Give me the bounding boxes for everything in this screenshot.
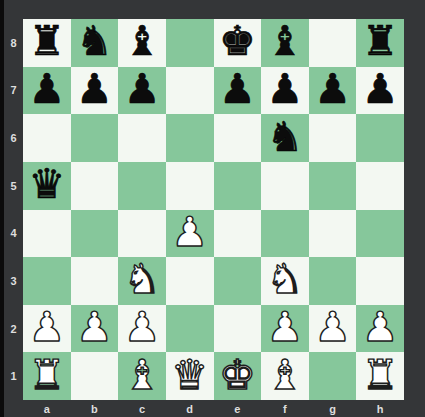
rank-label-5: 5 — [4, 162, 23, 210]
black-pawn[interactable]: ♟ — [267, 69, 304, 110]
black-pawn[interactable]: ♟ — [314, 69, 351, 110]
square-e8[interactable]: ♚ — [214, 19, 262, 67]
square-f6[interactable]: ♞ — [261, 114, 309, 162]
white-pawn[interactable]: ♟ — [267, 307, 304, 348]
square-g1[interactable] — [309, 352, 357, 400]
square-c7[interactable]: ♟ — [118, 67, 166, 115]
square-c2[interactable]: ♟ — [118, 305, 166, 353]
square-a4[interactable] — [23, 210, 71, 258]
file-label-h: h — [356, 400, 404, 417]
white-knight[interactable]: ♞ — [124, 259, 161, 300]
white-pawn[interactable]: ♟ — [314, 307, 351, 348]
square-h5[interactable] — [356, 162, 404, 210]
black-knight[interactable]: ♞ — [267, 117, 304, 158]
black-pawn[interactable]: ♟ — [362, 69, 399, 110]
square-c6[interactable] — [118, 114, 166, 162]
white-bishop[interactable]: ♝ — [124, 355, 161, 396]
file-label-b: b — [71, 400, 119, 417]
square-h3[interactable] — [356, 257, 404, 305]
square-f4[interactable] — [261, 210, 309, 258]
square-b8[interactable]: ♞ — [71, 19, 119, 67]
square-d4[interactable]: ♟ — [166, 210, 214, 258]
white-bishop[interactable]: ♝ — [267, 355, 304, 396]
square-b1[interactable] — [71, 352, 119, 400]
square-c5[interactable] — [118, 162, 166, 210]
white-pawn[interactable]: ♟ — [362, 307, 399, 348]
square-e1[interactable]: ♚ — [214, 352, 262, 400]
square-c4[interactable] — [118, 210, 166, 258]
square-a7[interactable]: ♟ — [23, 67, 71, 115]
black-bishop[interactable]: ♝ — [267, 21, 304, 62]
square-h1[interactable]: ♜ — [356, 352, 404, 400]
white-pawn[interactable]: ♟ — [28, 307, 65, 348]
square-d8[interactable] — [166, 19, 214, 67]
white-knight[interactable]: ♞ — [267, 259, 304, 300]
black-rook[interactable]: ♜ — [362, 21, 399, 62]
square-b3[interactable] — [71, 257, 119, 305]
file-labels: a b c d e f g h — [23, 400, 404, 417]
square-g6[interactable] — [309, 114, 357, 162]
black-bishop[interactable]: ♝ — [124, 21, 161, 62]
square-c3[interactable]: ♞ — [118, 257, 166, 305]
square-e2[interactable] — [214, 305, 262, 353]
square-f5[interactable] — [261, 162, 309, 210]
square-h2[interactable]: ♟ — [356, 305, 404, 353]
square-d1[interactable]: ♛ — [166, 352, 214, 400]
square-b2[interactable]: ♟ — [71, 305, 119, 353]
rank-label-7: 7 — [4, 67, 23, 115]
square-f1[interactable]: ♝ — [261, 352, 309, 400]
white-rook[interactable]: ♜ — [28, 355, 65, 396]
square-d3[interactable] — [166, 257, 214, 305]
white-pawn[interactable]: ♟ — [76, 307, 113, 348]
square-e3[interactable] — [214, 257, 262, 305]
white-king[interactable]: ♚ — [219, 355, 256, 396]
square-e5[interactable] — [214, 162, 262, 210]
black-pawn[interactable]: ♟ — [76, 69, 113, 110]
file-label-c: c — [118, 400, 166, 417]
square-g7[interactable]: ♟ — [309, 67, 357, 115]
square-g2[interactable]: ♟ — [309, 305, 357, 353]
rank-label-4: 4 — [4, 210, 23, 258]
square-a3[interactable] — [23, 257, 71, 305]
rank-labels: 8 7 6 5 4 3 2 1 — [4, 19, 23, 400]
square-a6[interactable] — [23, 114, 71, 162]
square-e4[interactable] — [214, 210, 262, 258]
black-queen[interactable]: ♛ — [28, 164, 65, 205]
square-d2[interactable] — [166, 305, 214, 353]
black-knight[interactable]: ♞ — [76, 21, 113, 62]
square-f8[interactable]: ♝ — [261, 19, 309, 67]
square-g5[interactable] — [309, 162, 357, 210]
white-pawn[interactable]: ♟ — [171, 212, 208, 253]
square-a8[interactable]: ♜ — [23, 19, 71, 67]
black-pawn[interactable]: ♟ — [28, 69, 65, 110]
square-e7[interactable]: ♟ — [214, 67, 262, 115]
square-c8[interactable]: ♝ — [118, 19, 166, 67]
rank-label-2: 2 — [4, 305, 23, 353]
square-g4[interactable] — [309, 210, 357, 258]
file-label-a: a — [23, 400, 71, 417]
square-h7[interactable]: ♟ — [356, 67, 404, 115]
square-h6[interactable] — [356, 114, 404, 162]
file-label-d: d — [166, 400, 214, 417]
square-d6[interactable] — [166, 114, 214, 162]
square-c1[interactable]: ♝ — [118, 352, 166, 400]
chess-board: ♜♞♝♚♝♜♟♟♟♟♟♟♟♞♛♟♞♞♟♟♟♟♟♟♜♝♛♚♝♜ — [23, 19, 404, 400]
black-pawn[interactable]: ♟ — [124, 69, 161, 110]
square-g8[interactable] — [309, 19, 357, 67]
rank-label-6: 6 — [4, 114, 23, 162]
square-d7[interactable] — [166, 67, 214, 115]
white-pawn[interactable]: ♟ — [124, 307, 161, 348]
square-b5[interactable] — [71, 162, 119, 210]
square-b6[interactable] — [71, 114, 119, 162]
white-rook[interactable]: ♜ — [362, 355, 399, 396]
black-king[interactable]: ♚ — [219, 21, 256, 62]
square-e6[interactable] — [214, 114, 262, 162]
square-g3[interactable] — [309, 257, 357, 305]
square-f7[interactable]: ♟ — [261, 67, 309, 115]
square-h4[interactable] — [356, 210, 404, 258]
file-label-e: e — [214, 400, 262, 417]
white-queen[interactable]: ♛ — [171, 355, 208, 396]
square-a1[interactable]: ♜ — [23, 352, 71, 400]
square-f2[interactable]: ♟ — [261, 305, 309, 353]
square-a2[interactable]: ♟ — [23, 305, 71, 353]
rank-label-3: 3 — [4, 257, 23, 305]
black-pawn[interactable]: ♟ — [219, 69, 256, 110]
square-b7[interactable]: ♟ — [71, 67, 119, 115]
black-rook[interactable]: ♜ — [28, 21, 65, 62]
rank-label-8: 8 — [4, 19, 23, 67]
file-label-g: g — [309, 400, 357, 417]
square-f3[interactable]: ♞ — [261, 257, 309, 305]
rank-label-1: 1 — [4, 352, 23, 400]
square-b4[interactable] — [71, 210, 119, 258]
square-d5[interactable] — [166, 162, 214, 210]
file-label-f: f — [261, 400, 309, 417]
square-h8[interactable]: ♜ — [356, 19, 404, 67]
square-a5[interactable]: ♛ — [23, 162, 71, 210]
chess-app-window: 8 7 6 5 4 3 2 1 ♜♞♝♚♝♜♟♟♟♟♟♟♟♞♛♟♞♞♟♟♟♟♟♟… — [0, 0, 425, 417]
